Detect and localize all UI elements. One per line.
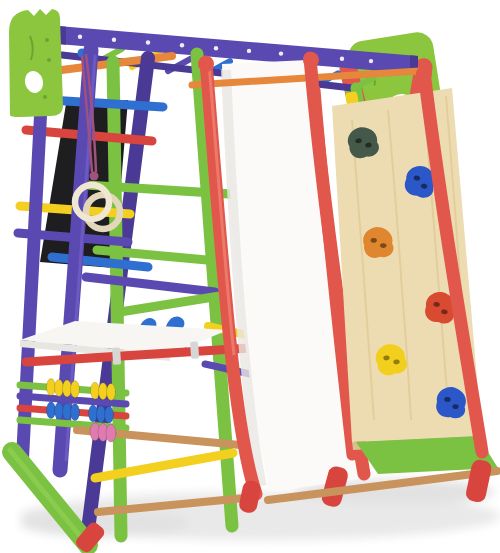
middle-ladder-left-rail (113, 62, 121, 536)
abacus-pink-beads (90, 423, 116, 442)
product-photo (0, 0, 500, 553)
ladder-left-post (22, 106, 41, 468)
table-clamp (190, 341, 199, 359)
abacus (20, 379, 240, 446)
elephant-panel-left (9, 9, 63, 117)
play-gym-illustration (0, 0, 500, 553)
table-clamp (112, 347, 121, 365)
rope-knot (90, 172, 99, 181)
